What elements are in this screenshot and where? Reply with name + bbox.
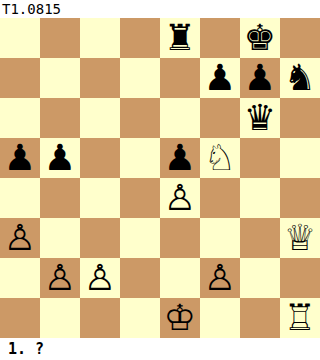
square-h3[interactable]: ♕ (280, 218, 320, 258)
chess-board: ♜♚♟♟♞♛♟♟♟♘♙♙♕♙♙♙♔♖ (0, 18, 320, 338)
square-e1[interactable]: ♔ (160, 298, 200, 338)
square-b7[interactable] (40, 58, 80, 98)
square-d2[interactable] (120, 258, 160, 298)
square-a4[interactable] (0, 178, 40, 218)
square-h5[interactable] (280, 138, 320, 178)
piece-white-rook: ♖ (284, 298, 316, 338)
square-e2[interactable] (160, 258, 200, 298)
square-f1[interactable] (200, 298, 240, 338)
square-h8[interactable] (280, 18, 320, 58)
puzzle-id: T1.0815 (2, 1, 61, 18)
square-d3[interactable] (120, 218, 160, 258)
square-a7[interactable] (0, 58, 40, 98)
square-f8[interactable] (200, 18, 240, 58)
square-a3[interactable]: ♙ (0, 218, 40, 258)
square-g7[interactable]: ♟ (240, 58, 280, 98)
square-g2[interactable] (240, 258, 280, 298)
piece-white-queen: ♕ (284, 218, 316, 258)
square-d5[interactable] (120, 138, 160, 178)
piece-black-pawn: ♟ (244, 58, 276, 98)
square-f7[interactable]: ♟ (200, 58, 240, 98)
piece-black-knight: ♞ (284, 58, 316, 98)
piece-white-knight: ♘ (204, 138, 236, 178)
piece-black-rook: ♜ (164, 18, 196, 58)
square-c3[interactable] (80, 218, 120, 258)
square-e4[interactable]: ♙ (160, 178, 200, 218)
square-h4[interactable] (280, 178, 320, 218)
square-b5[interactable]: ♟ (40, 138, 80, 178)
move-prompt: 1. ? (8, 339, 44, 359)
square-d8[interactable] (120, 18, 160, 58)
square-b4[interactable] (40, 178, 80, 218)
square-c8[interactable] (80, 18, 120, 58)
square-a6[interactable] (0, 98, 40, 138)
square-a5[interactable]: ♟ (0, 138, 40, 178)
chess-puzzle-screen: T1.0815 ♜♚♟♟♞♛♟♟♟♘♙♙♕♙♙♙♔♖ 1. ? (0, 0, 320, 360)
square-a8[interactable] (0, 18, 40, 58)
square-b1[interactable] (40, 298, 80, 338)
square-c5[interactable] (80, 138, 120, 178)
square-f4[interactable] (200, 178, 240, 218)
square-f2[interactable]: ♙ (200, 258, 240, 298)
piece-black-queen: ♛ (244, 98, 276, 138)
piece-white-king: ♔ (164, 298, 196, 338)
piece-white-pawn: ♙ (4, 218, 36, 258)
square-a1[interactable] (0, 298, 40, 338)
square-d4[interactable] (120, 178, 160, 218)
square-g6[interactable]: ♛ (240, 98, 280, 138)
square-e6[interactable] (160, 98, 200, 138)
square-g3[interactable] (240, 218, 280, 258)
square-c6[interactable] (80, 98, 120, 138)
piece-black-pawn: ♟ (204, 58, 236, 98)
square-e3[interactable] (160, 218, 200, 258)
square-a2[interactable] (0, 258, 40, 298)
square-b6[interactable] (40, 98, 80, 138)
square-b8[interactable] (40, 18, 80, 58)
square-c4[interactable] (80, 178, 120, 218)
square-h2[interactable] (280, 258, 320, 298)
piece-black-pawn: ♟ (164, 138, 196, 178)
piece-black-pawn: ♟ (4, 138, 36, 178)
square-d1[interactable] (120, 298, 160, 338)
square-g8[interactable]: ♚ (240, 18, 280, 58)
square-b3[interactable] (40, 218, 80, 258)
piece-white-pawn: ♙ (164, 178, 196, 218)
piece-black-pawn: ♟ (44, 138, 76, 178)
square-f6[interactable] (200, 98, 240, 138)
square-e8[interactable]: ♜ (160, 18, 200, 58)
square-g1[interactable] (240, 298, 280, 338)
square-g5[interactable] (240, 138, 280, 178)
piece-white-pawn: ♙ (84, 258, 116, 298)
piece-black-king: ♚ (244, 18, 276, 58)
square-c7[interactable] (80, 58, 120, 98)
square-f5[interactable]: ♘ (200, 138, 240, 178)
piece-white-pawn: ♙ (204, 258, 236, 298)
square-h1[interactable]: ♖ (280, 298, 320, 338)
square-f3[interactable] (200, 218, 240, 258)
square-d6[interactable] (120, 98, 160, 138)
square-h7[interactable]: ♞ (280, 58, 320, 98)
piece-white-pawn: ♙ (44, 258, 76, 298)
square-e7[interactable] (160, 58, 200, 98)
square-d7[interactable] (120, 58, 160, 98)
square-g4[interactable] (240, 178, 280, 218)
square-c2[interactable]: ♙ (80, 258, 120, 298)
square-c1[interactable] (80, 298, 120, 338)
square-e5[interactable]: ♟ (160, 138, 200, 178)
square-h6[interactable] (280, 98, 320, 138)
square-b2[interactable]: ♙ (40, 258, 80, 298)
